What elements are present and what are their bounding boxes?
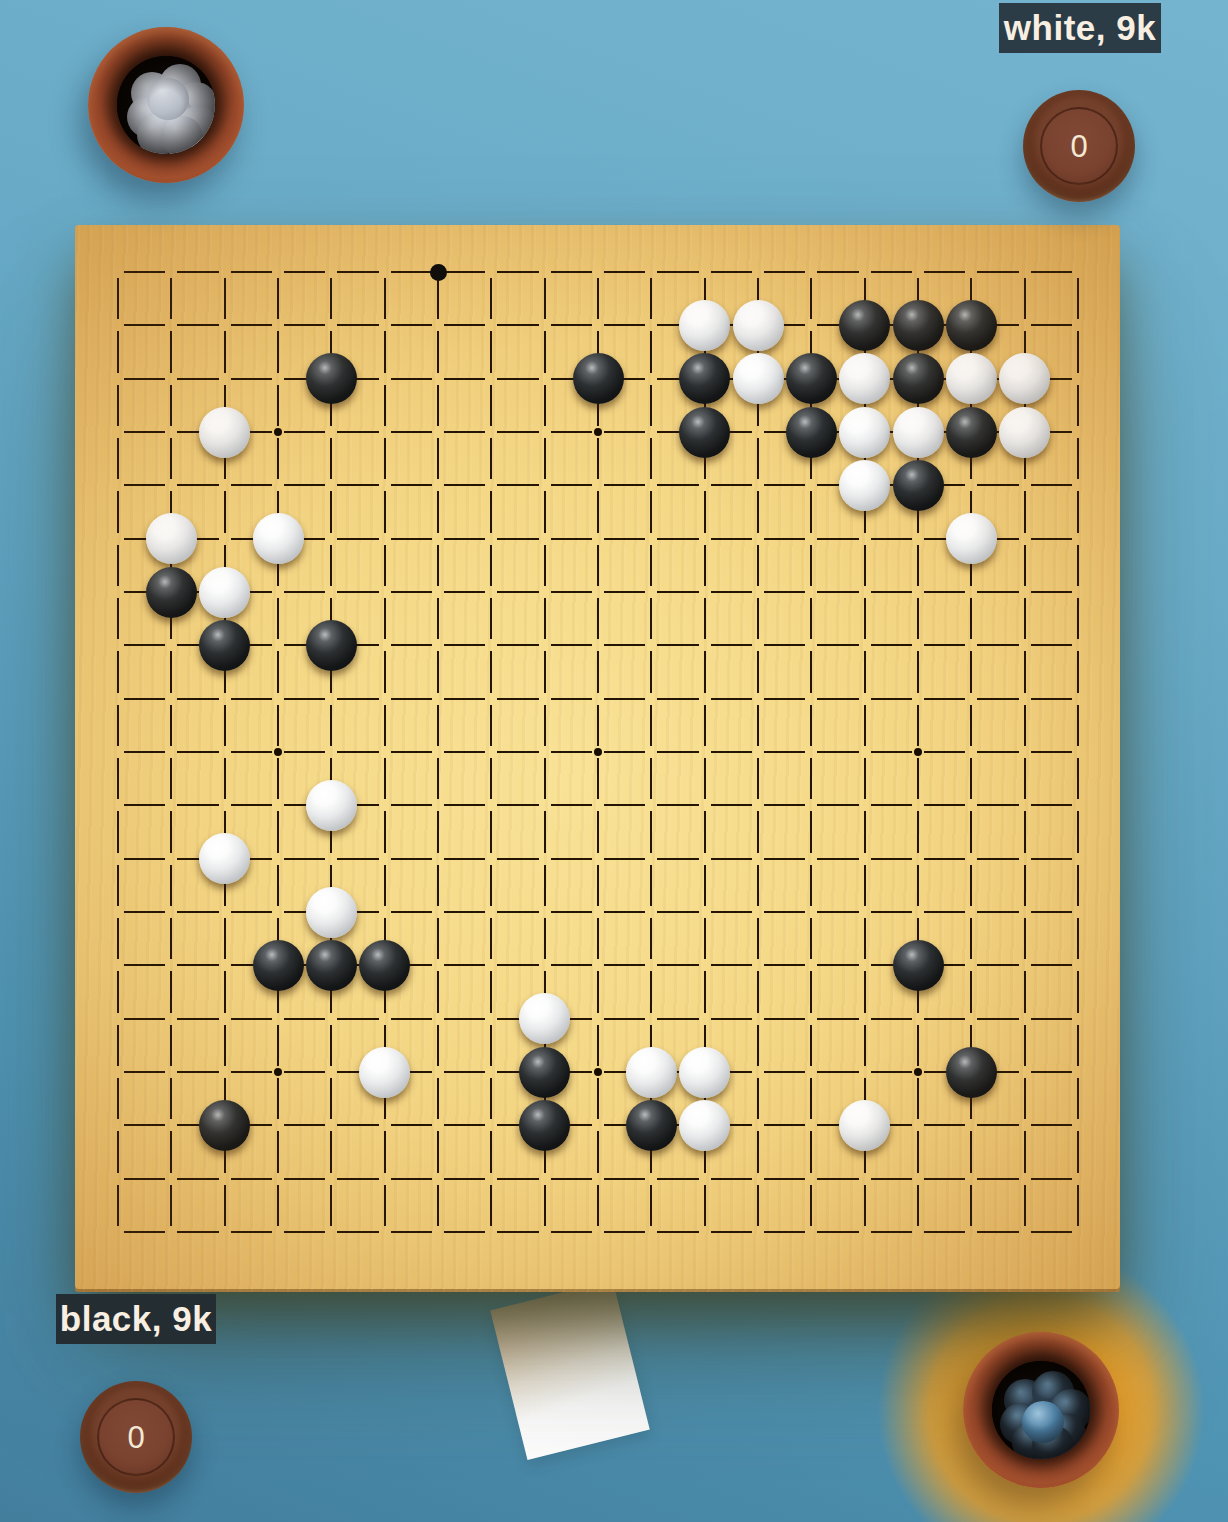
stone-white bbox=[199, 567, 250, 618]
stone-black bbox=[573, 353, 624, 404]
black-stone-bowl bbox=[963, 1332, 1119, 1488]
black-bowl-stones bbox=[992, 1361, 1090, 1459]
bowl-stone-black bbox=[1022, 1401, 1064, 1443]
bowl-stone-white bbox=[137, 114, 179, 154]
paper-slip bbox=[490, 1280, 650, 1460]
bowl-stone-black bbox=[1004, 1379, 1046, 1421]
stone-black bbox=[839, 300, 890, 351]
bowl-stone-black bbox=[1000, 1403, 1042, 1445]
stone-white bbox=[306, 887, 357, 938]
stone-black bbox=[679, 353, 730, 404]
stone-white bbox=[839, 460, 890, 511]
black-capture-count: 0 bbox=[127, 1422, 144, 1453]
stone-black bbox=[893, 460, 944, 511]
stone-black bbox=[199, 1100, 250, 1151]
stone-black bbox=[306, 620, 357, 671]
bowl-stone-white bbox=[147, 78, 189, 120]
stone-black bbox=[146, 567, 197, 618]
stone-white bbox=[733, 300, 784, 351]
white-capture-lid: 0 bbox=[1023, 90, 1135, 202]
white-player-label-text: white, 9k bbox=[1004, 8, 1156, 48]
black-player-label-text: black, 9k bbox=[60, 1299, 212, 1339]
stone-black bbox=[893, 940, 944, 991]
bowl-stone-white bbox=[127, 96, 169, 138]
stone-white bbox=[519, 993, 570, 1044]
stone-white bbox=[679, 300, 730, 351]
bowl-stone-white bbox=[177, 106, 215, 148]
white-capture-count: 0 bbox=[1070, 131, 1087, 162]
stone-black bbox=[786, 353, 837, 404]
stone-white bbox=[733, 353, 784, 404]
black-capture-lid: 0 bbox=[80, 1381, 192, 1493]
stone-black bbox=[253, 940, 304, 991]
stone-black bbox=[679, 407, 730, 458]
stone-white bbox=[146, 513, 197, 564]
stone-white bbox=[199, 833, 250, 884]
stones-layer bbox=[75, 225, 1120, 1292]
bowl-stone-white bbox=[131, 72, 173, 114]
stone-black bbox=[306, 353, 357, 404]
stone-white bbox=[306, 780, 357, 831]
stone-white bbox=[893, 407, 944, 458]
stone-white bbox=[839, 407, 890, 458]
stone-white bbox=[839, 353, 890, 404]
stone-white bbox=[839, 1100, 890, 1151]
stone-black bbox=[946, 1047, 997, 1098]
white-player-label: white, 9k bbox=[999, 3, 1161, 53]
stone-white bbox=[946, 513, 997, 564]
bowl-stone-white bbox=[159, 64, 201, 106]
bowl-stone-black bbox=[1032, 1371, 1074, 1413]
stone-white bbox=[359, 1047, 410, 1098]
stone-white bbox=[626, 1047, 677, 1098]
stone-black bbox=[306, 940, 357, 991]
game-table: white, 9k 0 black, 9k 0 bbox=[0, 0, 1228, 1522]
stone-black bbox=[519, 1047, 570, 1098]
bowl-stone-black bbox=[1050, 1389, 1090, 1431]
stone-white bbox=[679, 1100, 730, 1151]
bowl-stone-black bbox=[1012, 1421, 1054, 1459]
stone-black bbox=[946, 300, 997, 351]
stone-white bbox=[679, 1047, 730, 1098]
bowl-stone-white bbox=[161, 116, 203, 154]
stone-black bbox=[626, 1100, 677, 1151]
bowl-stone-white bbox=[151, 94, 193, 136]
stone-black bbox=[519, 1100, 570, 1151]
bowl-stone-black bbox=[1044, 1413, 1086, 1455]
stone-black bbox=[893, 300, 944, 351]
stone-white bbox=[999, 407, 1050, 458]
stone-black bbox=[199, 620, 250, 671]
black-player-label: black, 9k bbox=[56, 1294, 216, 1344]
stone-white bbox=[253, 513, 304, 564]
stone-black bbox=[893, 353, 944, 404]
white-bowl-stones bbox=[117, 56, 215, 154]
white-stone-bowl bbox=[88, 27, 244, 183]
stone-black bbox=[359, 940, 410, 991]
stone-black bbox=[786, 407, 837, 458]
bowl-stone-white bbox=[175, 82, 215, 124]
bowl-stone-black bbox=[1032, 1425, 1074, 1459]
stone-black bbox=[946, 407, 997, 458]
stone-white bbox=[199, 407, 250, 458]
go-board[interactable] bbox=[75, 225, 1120, 1292]
stone-white bbox=[946, 353, 997, 404]
stone-white bbox=[999, 353, 1050, 404]
